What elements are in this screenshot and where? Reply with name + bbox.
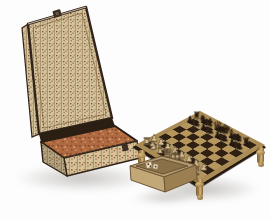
chess-piece-white-r: ♜	[142, 137, 152, 147]
table-leg	[257, 147, 264, 164]
die-pip	[155, 166, 157, 168]
chess-set-photo: ♜♞♝♛♚♝♞♜♟♟♟♟♟♟♟♟♟♟♟♟♟♟♟♟♜♞♝♛♚♝♞♜	[0, 0, 270, 220]
die-pip	[147, 163, 149, 165]
board-square	[186, 141, 200, 149]
die-pip	[150, 165, 152, 167]
board-square: ♜	[242, 141, 256, 149]
chess-piece-white-p: ♟	[149, 134, 159, 143]
board-square	[186, 133, 200, 141]
drawer	[126, 150, 204, 202]
chessboard-table: ♜♞♝♛♚♝♞♜♟♟♟♟♟♟♟♟♟♟♟♟♟♟♟♟♜♞♝♛♚♝♞♜	[134, 90, 270, 220]
die-icon	[145, 161, 152, 168]
